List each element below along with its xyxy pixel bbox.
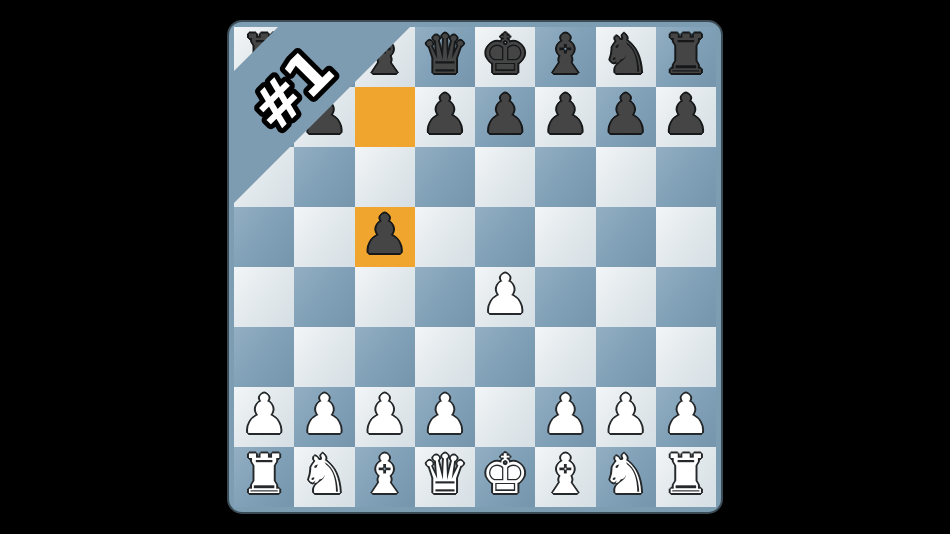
square-c7[interactable] (355, 87, 415, 147)
square-c4[interactable] (355, 267, 415, 327)
white-rook[interactable]: ♜ (240, 448, 288, 502)
square-b7[interactable]: ♟ (294, 87, 354, 147)
square-e8[interactable]: ♚ (475, 27, 535, 87)
square-d6[interactable] (415, 147, 475, 207)
white-pawn[interactable]: ♟ (300, 388, 348, 442)
black-pawn[interactable]: ♟ (601, 88, 649, 142)
black-bishop[interactable]: ♝ (541, 28, 589, 82)
square-h3[interactable] (656, 327, 716, 387)
square-g2[interactable]: ♟ (596, 387, 656, 447)
white-pawn[interactable]: ♟ (240, 388, 288, 442)
black-bishop[interactable]: ♝ (360, 28, 408, 82)
black-knight[interactable]: ♞ (300, 28, 348, 82)
square-a3[interactable] (234, 327, 294, 387)
square-a8[interactable]: ♜ (234, 27, 294, 87)
black-king[interactable]: ♚ (481, 28, 529, 82)
square-d4[interactable] (415, 267, 475, 327)
square-f7[interactable]: ♟ (535, 87, 595, 147)
square-g5[interactable] (596, 207, 656, 267)
square-g7[interactable]: ♟ (596, 87, 656, 147)
black-pawn[interactable]: ♟ (421, 88, 469, 142)
white-knight[interactable]: ♞ (601, 448, 649, 502)
square-a5[interactable] (234, 207, 294, 267)
square-d2[interactable]: ♟ (415, 387, 475, 447)
square-a7[interactable]: ♟ (234, 87, 294, 147)
background: ♜♞♝♛♚♝♞♜♟♟♟♟♟♟♟♟♟♟♟♟♟♟♟♟♜♞♝♛♚♝♞♜ #1 (0, 0, 950, 534)
square-b8[interactable]: ♞ (294, 27, 354, 87)
square-g3[interactable] (596, 327, 656, 387)
square-b3[interactable] (294, 327, 354, 387)
white-bishop[interactable]: ♝ (541, 448, 589, 502)
square-a2[interactable]: ♟ (234, 387, 294, 447)
square-d5[interactable] (415, 207, 475, 267)
square-f3[interactable] (535, 327, 595, 387)
square-g1[interactable]: ♞ (596, 447, 656, 507)
square-h8[interactable]: ♜ (656, 27, 716, 87)
square-f5[interactable] (535, 207, 595, 267)
square-e6[interactable] (475, 147, 535, 207)
square-h1[interactable]: ♜ (656, 447, 716, 507)
square-a1[interactable]: ♜ (234, 447, 294, 507)
square-c1[interactable]: ♝ (355, 447, 415, 507)
white-knight[interactable]: ♞ (300, 448, 348, 502)
black-pawn[interactable]: ♟ (300, 88, 348, 142)
square-h5[interactable] (656, 207, 716, 267)
square-d3[interactable] (415, 327, 475, 387)
white-pawn[interactable]: ♟ (601, 388, 649, 442)
square-d1[interactable]: ♛ (415, 447, 475, 507)
square-g4[interactable] (596, 267, 656, 327)
black-pawn[interactable]: ♟ (481, 88, 529, 142)
square-f6[interactable] (535, 147, 595, 207)
chess-board: ♜♞♝♛♚♝♞♜♟♟♟♟♟♟♟♟♟♟♟♟♟♟♟♟♜♞♝♛♚♝♞♜ #1 (229, 22, 721, 512)
black-pawn[interactable]: ♟ (662, 88, 710, 142)
white-pawn[interactable]: ♟ (360, 388, 408, 442)
square-f8[interactable]: ♝ (535, 27, 595, 87)
white-pawn[interactable]: ♟ (481, 268, 529, 322)
black-rook[interactable]: ♜ (240, 28, 288, 82)
square-c8[interactable]: ♝ (355, 27, 415, 87)
square-b4[interactable] (294, 267, 354, 327)
white-bishop[interactable]: ♝ (360, 448, 408, 502)
white-pawn[interactable]: ♟ (541, 388, 589, 442)
square-e2[interactable] (475, 387, 535, 447)
square-f4[interactable] (535, 267, 595, 327)
white-pawn[interactable]: ♟ (662, 388, 710, 442)
square-e3[interactable] (475, 327, 535, 387)
square-e7[interactable]: ♟ (475, 87, 535, 147)
square-c2[interactable]: ♟ (355, 387, 415, 447)
square-d8[interactable]: ♛ (415, 27, 475, 87)
square-e1[interactable]: ♚ (475, 447, 535, 507)
black-pawn[interactable]: ♟ (541, 88, 589, 142)
square-h2[interactable]: ♟ (656, 387, 716, 447)
square-b1[interactable]: ♞ (294, 447, 354, 507)
square-d7[interactable]: ♟ (415, 87, 475, 147)
square-b2[interactable]: ♟ (294, 387, 354, 447)
square-b6[interactable] (294, 147, 354, 207)
square-h6[interactable] (656, 147, 716, 207)
square-c6[interactable] (355, 147, 415, 207)
square-f1[interactable]: ♝ (535, 447, 595, 507)
square-h4[interactable] (656, 267, 716, 327)
board-grid: ♜♞♝♛♚♝♞♜♟♟♟♟♟♟♟♟♟♟♟♟♟♟♟♟♜♞♝♛♚♝♞♜ (234, 27, 716, 507)
square-g8[interactable]: ♞ (596, 27, 656, 87)
square-a6[interactable] (234, 147, 294, 207)
square-c5[interactable]: ♟ (355, 207, 415, 267)
square-g6[interactable] (596, 147, 656, 207)
black-knight[interactable]: ♞ (601, 28, 649, 82)
square-e5[interactable] (475, 207, 535, 267)
black-queen[interactable]: ♛ (421, 28, 469, 82)
black-rook[interactable]: ♜ (662, 28, 710, 82)
square-h7[interactable]: ♟ (656, 87, 716, 147)
white-rook[interactable]: ♜ (662, 448, 710, 502)
square-f2[interactable]: ♟ (535, 387, 595, 447)
square-b5[interactable] (294, 207, 354, 267)
white-king[interactable]: ♚ (481, 448, 529, 502)
black-pawn[interactable]: ♟ (240, 88, 288, 142)
white-queen[interactable]: ♛ (421, 448, 469, 502)
black-pawn[interactable]: ♟ (360, 208, 408, 262)
square-a4[interactable] (234, 267, 294, 327)
square-c3[interactable] (355, 327, 415, 387)
square-e4[interactable]: ♟ (475, 267, 535, 327)
white-pawn[interactable]: ♟ (421, 388, 469, 442)
